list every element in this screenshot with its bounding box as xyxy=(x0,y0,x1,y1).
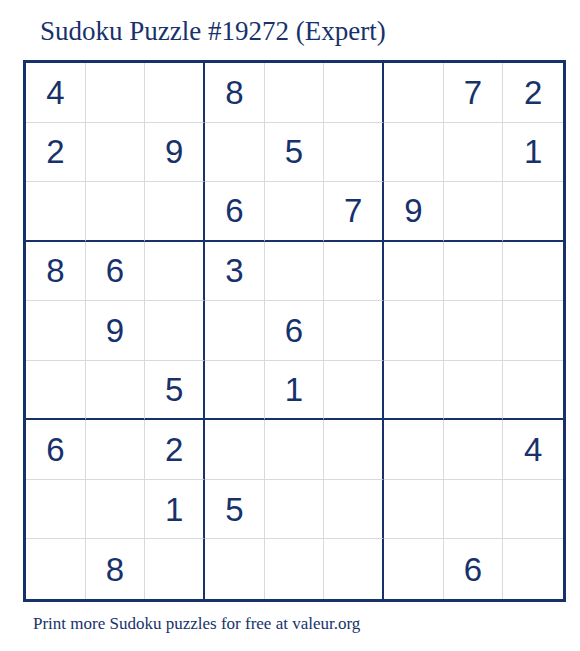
cell-r4c7[interactable] xyxy=(384,242,444,302)
cell-r7c7[interactable] xyxy=(384,420,444,480)
cell-r8c1[interactable] xyxy=(26,480,86,540)
cell-r9c7[interactable] xyxy=(384,539,444,599)
cell-r2c4[interactable] xyxy=(205,123,265,183)
cell-r2c1: 2 xyxy=(26,123,86,183)
cell-r5c3[interactable] xyxy=(145,301,205,361)
cell-r7c2[interactable] xyxy=(86,420,146,480)
cell-r3c9[interactable] xyxy=(503,182,563,242)
cell-r4c1: 8 xyxy=(26,242,86,302)
cell-r4c2: 6 xyxy=(86,242,146,302)
cell-r7c5[interactable] xyxy=(265,420,325,480)
cell-r6c2[interactable] xyxy=(86,361,146,421)
cell-r8c3: 1 xyxy=(145,480,205,540)
cell-r8c7[interactable] xyxy=(384,480,444,540)
cell-r4c8[interactable] xyxy=(444,242,504,302)
cell-r8c4: 5 xyxy=(205,480,265,540)
cell-r2c5: 5 xyxy=(265,123,325,183)
cell-r4c9[interactable] xyxy=(503,242,563,302)
cell-r5c9[interactable] xyxy=(503,301,563,361)
cell-r1c5[interactable] xyxy=(265,63,325,123)
page-title: Sudoku Puzzle #19272 (Expert) xyxy=(40,16,386,47)
cell-r6c8[interactable] xyxy=(444,361,504,421)
cell-r8c6[interactable] xyxy=(324,480,384,540)
cell-r8c2[interactable] xyxy=(86,480,146,540)
cell-r4c6[interactable] xyxy=(324,242,384,302)
cell-r6c9[interactable] xyxy=(503,361,563,421)
cell-r9c4[interactable] xyxy=(205,539,265,599)
cell-r3c6: 7 xyxy=(324,182,384,242)
cell-r6c3: 5 xyxy=(145,361,205,421)
cell-r8c8[interactable] xyxy=(444,480,504,540)
cell-r9c8: 6 xyxy=(444,539,504,599)
cell-r2c3: 9 xyxy=(145,123,205,183)
cell-r9c1[interactable] xyxy=(26,539,86,599)
cell-r7c4[interactable] xyxy=(205,420,265,480)
cell-r7c6[interactable] xyxy=(324,420,384,480)
cell-r4c4: 3 xyxy=(205,242,265,302)
cell-r1c9: 2 xyxy=(503,63,563,123)
cell-r3c3[interactable] xyxy=(145,182,205,242)
cell-r7c8[interactable] xyxy=(444,420,504,480)
cell-r6c1[interactable] xyxy=(26,361,86,421)
cell-r1c6[interactable] xyxy=(324,63,384,123)
cell-r9c3[interactable] xyxy=(145,539,205,599)
cell-r8c9[interactable] xyxy=(503,480,563,540)
cell-r5c8[interactable] xyxy=(444,301,504,361)
cell-r7c3: 2 xyxy=(145,420,205,480)
cell-r2c6[interactable] xyxy=(324,123,384,183)
cell-r9c5[interactable] xyxy=(265,539,325,599)
cell-r7c1: 6 xyxy=(26,420,86,480)
cell-r5c6[interactable] xyxy=(324,301,384,361)
cell-r9c2: 8 xyxy=(86,539,146,599)
cell-r6c6[interactable] xyxy=(324,361,384,421)
cell-r1c2[interactable] xyxy=(86,63,146,123)
cell-r3c7: 9 xyxy=(384,182,444,242)
cell-r3c5[interactable] xyxy=(265,182,325,242)
cell-r2c9: 1 xyxy=(503,123,563,183)
cell-r5c5: 6 xyxy=(265,301,325,361)
cell-r9c6[interactable] xyxy=(324,539,384,599)
cell-r3c1[interactable] xyxy=(26,182,86,242)
cell-r6c4[interactable] xyxy=(205,361,265,421)
cell-r9c9[interactable] xyxy=(503,539,563,599)
cell-r5c1[interactable] xyxy=(26,301,86,361)
cell-r4c3[interactable] xyxy=(145,242,205,302)
cell-r7c9: 4 xyxy=(503,420,563,480)
cell-r5c4[interactable] xyxy=(205,301,265,361)
cell-r1c8: 7 xyxy=(444,63,504,123)
cell-r1c3[interactable] xyxy=(145,63,205,123)
cell-r2c2[interactable] xyxy=(86,123,146,183)
cell-r3c2[interactable] xyxy=(86,182,146,242)
footer-text: Print more Sudoku puzzles for free at va… xyxy=(33,614,360,634)
cell-r3c8[interactable] xyxy=(444,182,504,242)
sudoku-page: Sudoku Puzzle #19272 (Expert) 4872295167… xyxy=(0,0,580,651)
cell-r2c8[interactable] xyxy=(444,123,504,183)
cell-r8c5[interactable] xyxy=(265,480,325,540)
cell-r1c4: 8 xyxy=(205,63,265,123)
cell-r5c7[interactable] xyxy=(384,301,444,361)
cell-r6c7[interactable] xyxy=(384,361,444,421)
cell-r2c7[interactable] xyxy=(384,123,444,183)
cell-r1c7[interactable] xyxy=(384,63,444,123)
sudoku-board: 4872295167986396516241586 xyxy=(23,60,566,602)
cell-r6c5: 1 xyxy=(265,361,325,421)
cell-r5c2: 9 xyxy=(86,301,146,361)
cell-r3c4: 6 xyxy=(205,182,265,242)
cell-r4c5[interactable] xyxy=(265,242,325,302)
cell-r1c1: 4 xyxy=(26,63,86,123)
